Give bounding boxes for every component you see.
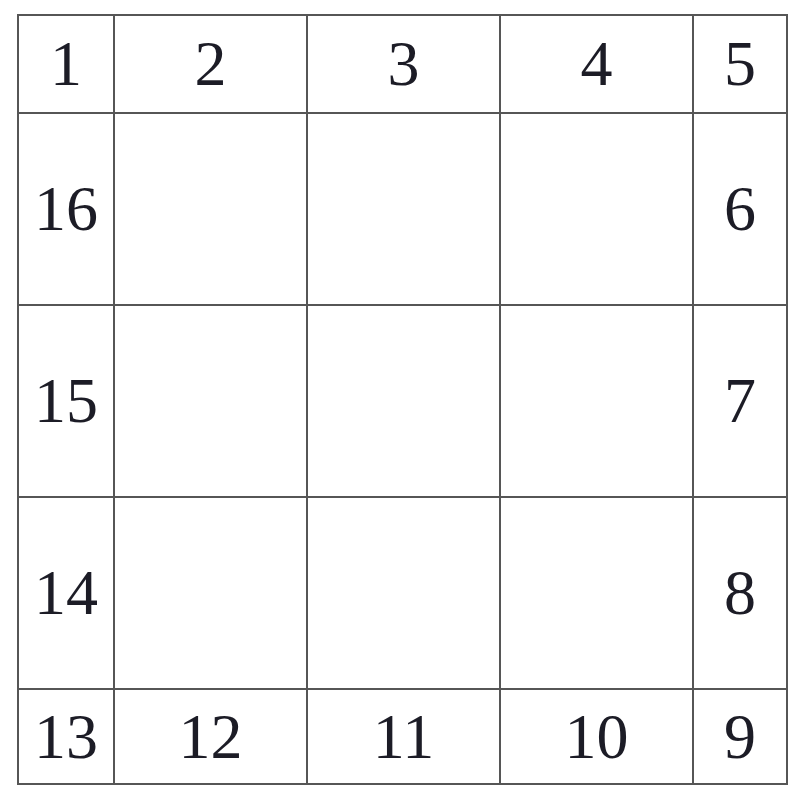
cell-r5c4: 10 xyxy=(501,690,692,783)
cell-r3c2 xyxy=(115,306,306,496)
cell-r5c5: 9 xyxy=(694,690,786,783)
cell-r5c1: 13 xyxy=(19,690,113,783)
cell-r5c2: 12 xyxy=(115,690,306,783)
cell-r2c1: 16 xyxy=(19,114,113,304)
cell-r2c4 xyxy=(501,114,692,304)
cell-r5c3: 11 xyxy=(308,690,499,783)
cell-r4c5: 8 xyxy=(694,498,786,688)
cell-r4c1: 14 xyxy=(19,498,113,688)
cell-r1c4: 4 xyxy=(501,16,692,112)
cell-r2c2 xyxy=(115,114,306,304)
cell-r3c1: 15 xyxy=(19,306,113,496)
cell-r4c3 xyxy=(308,498,499,688)
cell-r3c3 xyxy=(308,306,499,496)
cell-r1c2: 2 xyxy=(115,16,306,112)
cell-r4c4 xyxy=(501,498,692,688)
cell-r3c4 xyxy=(501,306,692,496)
cell-r1c1: 1 xyxy=(19,16,113,112)
board-grid: 1 2 3 4 5 16 6 15 7 14 8 13 12 11 10 9 xyxy=(17,14,788,785)
cell-r1c3: 3 xyxy=(308,16,499,112)
cell-r4c2 xyxy=(115,498,306,688)
cell-r3c5: 7 xyxy=(694,306,786,496)
cell-r2c3 xyxy=(308,114,499,304)
cell-r2c5: 6 xyxy=(694,114,786,304)
cell-r1c5: 5 xyxy=(694,16,786,112)
